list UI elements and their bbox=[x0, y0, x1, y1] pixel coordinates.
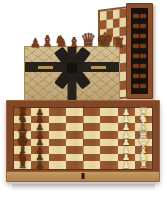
box-piece-knight: ♞ bbox=[54, 34, 67, 49]
square-f4 bbox=[83, 146, 100, 154]
square-a6 bbox=[49, 108, 66, 116]
square-h5 bbox=[66, 161, 83, 169]
stored-piece bbox=[140, 84, 146, 88]
square-b5 bbox=[66, 116, 83, 124]
board-front-edge bbox=[7, 171, 159, 181]
stored-piece bbox=[133, 64, 139, 68]
stored-piece-row bbox=[131, 74, 148, 78]
square-d5 bbox=[66, 131, 83, 139]
stored-piece bbox=[140, 64, 146, 68]
stored-piece bbox=[133, 24, 139, 28]
ribbon-gold-print bbox=[38, 66, 53, 69]
gift-box bbox=[24, 46, 120, 104]
stored-piece bbox=[133, 44, 139, 48]
square-c4 bbox=[83, 123, 100, 131]
square-h4 bbox=[83, 161, 100, 169]
square-b6 bbox=[49, 116, 66, 124]
stored-piece bbox=[140, 14, 146, 18]
box-piece-rook: ♜ bbox=[113, 36, 125, 49]
square-d4 bbox=[83, 131, 100, 139]
square-h6 bbox=[49, 161, 66, 169]
square-d3 bbox=[100, 131, 117, 139]
square-h1: ♜ bbox=[135, 161, 152, 169]
square-e4 bbox=[83, 139, 100, 147]
square-h3 bbox=[100, 161, 117, 169]
ribbon-gold-print bbox=[91, 66, 106, 69]
square-f6 bbox=[49, 146, 66, 154]
square-g4 bbox=[83, 154, 100, 162]
piece-white-rook: ♜ bbox=[139, 160, 148, 170]
product-photo-scene: ♟♝♞♝♛♚♜ ♜♟♟♜♞♟♟♞♝♟♟♝♛♟♟♛♚♟♟♚♝♟♟♝♞♟♟♞♜♟♟♜ bbox=[0, 0, 167, 200]
piece-black-rook: ♜ bbox=[18, 160, 27, 170]
square-c5 bbox=[66, 123, 83, 131]
board-shadow bbox=[12, 184, 155, 191]
stored-piece-row bbox=[131, 54, 148, 58]
box-piece-king: ♚ bbox=[96, 30, 113, 49]
square-h2: ♟ bbox=[118, 161, 135, 169]
square-e6 bbox=[49, 139, 66, 147]
square-g5 bbox=[66, 154, 83, 162]
stored-piece bbox=[140, 24, 146, 28]
stored-piece-row bbox=[131, 64, 148, 68]
square-h7: ♟ bbox=[31, 161, 48, 169]
chess-board: ♜♟♟♜♞♟♟♞♝♟♟♝♛♟♟♛♚♟♟♚♝♟♟♝♞♟♟♞♜♟♟♜ bbox=[6, 100, 160, 182]
stored-piece bbox=[133, 74, 139, 78]
square-g3 bbox=[100, 154, 117, 162]
square-b4 bbox=[83, 116, 100, 124]
square-f3 bbox=[100, 146, 117, 154]
board-fold-seam bbox=[83, 105, 84, 171]
stored-piece bbox=[133, 54, 139, 58]
box-piece-queen: ♛ bbox=[80, 31, 96, 49]
stored-piece bbox=[140, 34, 146, 38]
square-b3 bbox=[100, 116, 117, 124]
stored-piece bbox=[133, 84, 139, 88]
stored-piece bbox=[133, 14, 139, 18]
square-c3 bbox=[100, 123, 117, 131]
square-e5 bbox=[66, 139, 83, 147]
box-piece-bishop: ♝ bbox=[41, 34, 54, 49]
stored-piece-row bbox=[131, 44, 148, 48]
stored-piece-row bbox=[131, 14, 148, 18]
piece-white-pawn: ♟ bbox=[122, 161, 130, 170]
square-a4 bbox=[83, 108, 100, 116]
stored-piece bbox=[133, 34, 139, 38]
square-d6 bbox=[49, 131, 66, 139]
hinge-notch bbox=[82, 173, 85, 179]
box-piece-pawn: ♟ bbox=[30, 37, 41, 49]
pieces-on-box-lid: ♟♝♞♝♛♚♜ bbox=[30, 22, 116, 49]
square-g6 bbox=[49, 154, 66, 162]
stored-piece bbox=[140, 74, 146, 78]
stored-piece bbox=[140, 44, 146, 48]
square-c6 bbox=[49, 123, 66, 131]
bow-knot bbox=[67, 63, 77, 73]
square-h8: ♜ bbox=[14, 161, 31, 169]
stored-piece-row bbox=[131, 34, 148, 38]
square-f5 bbox=[66, 146, 83, 154]
square-a5 bbox=[66, 108, 83, 116]
piece-black-pawn: ♟ bbox=[36, 161, 44, 170]
box-piece-bishop: ♝ bbox=[68, 35, 81, 49]
stored-piece bbox=[140, 54, 146, 58]
stored-piece-row bbox=[131, 24, 148, 28]
folded-board-storage-panel bbox=[126, 3, 153, 99]
felt-piece-storage bbox=[131, 8, 148, 94]
square-e3 bbox=[100, 139, 117, 147]
stored-piece-row bbox=[131, 84, 148, 88]
square-a3 bbox=[100, 108, 117, 116]
